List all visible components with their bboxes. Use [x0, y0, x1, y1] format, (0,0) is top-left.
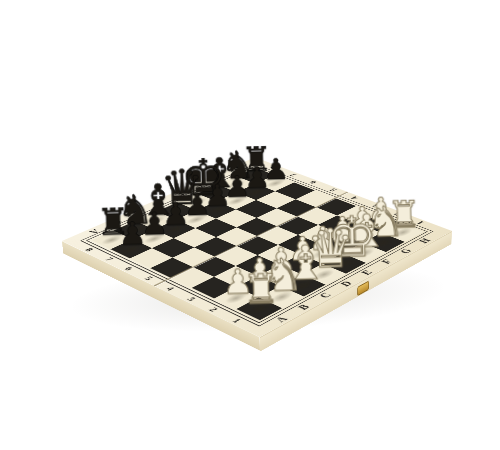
piece-shadow	[263, 178, 287, 188]
piece-shadow	[329, 237, 355, 249]
piece-shadow	[289, 279, 317, 293]
piece-shadow	[205, 188, 230, 199]
piece-shadow	[245, 302, 274, 317]
rank-label-4-right-text: 4	[348, 195, 359, 200]
piece-shadow	[368, 218, 393, 230]
rank-label-8-right-text: 8	[268, 165, 279, 170]
rank-label-1-right-text: 1	[414, 220, 426, 226]
piece-shadow	[164, 205, 189, 216]
rank-label-6-right-text: 6	[307, 180, 318, 185]
piece-shadow	[222, 291, 250, 305]
piece-shadow	[390, 226, 415, 238]
piece-shadow	[162, 223, 188, 235]
piece-shadow	[348, 227, 374, 239]
piece-shadow	[351, 246, 377, 259]
piece-shadow	[244, 187, 268, 198]
rank-label-3-right-text: 3	[370, 203, 382, 208]
product-photo: AABBCCDDEEFFGGHH8877665544332211 ♜♞♝♛♚♝♞…	[0, 0, 500, 450]
piece-shadow	[371, 236, 397, 248]
rank-label-5-right-text: 5	[327, 188, 338, 193]
piece-shadow	[331, 257, 358, 270]
piece-shadow	[225, 179, 249, 189]
piece-shadow	[288, 258, 315, 271]
rank-label-7-right-text: 7	[287, 173, 298, 178]
piece-white-bishop-f1: ♝	[347, 208, 387, 254]
piece-shadow	[185, 196, 210, 207]
piece-shadow	[244, 171, 268, 181]
rank-label-2-right-text: 2	[392, 212, 404, 217]
piece-shadow	[311, 268, 338, 281]
piece-shadow	[267, 269, 294, 282]
piece-shadow	[309, 248, 335, 261]
